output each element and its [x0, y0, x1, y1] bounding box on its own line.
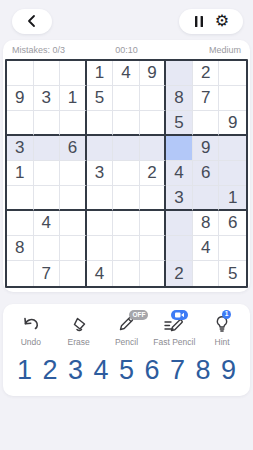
cell-r5c7[interactable]: 4 — [166, 161, 193, 186]
cell-r8c6[interactable] — [140, 236, 167, 261]
cell-r4c6[interactable] — [140, 136, 167, 161]
cell-r5c9[interactable] — [219, 161, 246, 186]
cell-r5c8[interactable]: 6 — [193, 161, 220, 186]
cell-r4c4[interactable] — [87, 136, 114, 161]
cell-r2c7[interactable]: 8 — [166, 86, 193, 111]
mistakes-counter: Mistakes: 0/3 — [12, 45, 65, 55]
cell-r2c5[interactable] — [113, 86, 140, 111]
hint-bulb-icon: 1 — [212, 314, 232, 334]
cell-r6c1[interactable] — [7, 186, 34, 211]
cell-r5c6[interactable]: 2 — [140, 161, 167, 186]
cell-r9c4[interactable]: 4 — [87, 261, 114, 286]
cell-r4c8[interactable]: 9 — [193, 136, 220, 161]
cell-r3c6[interactable] — [140, 111, 167, 136]
pencil-icon: OFF — [116, 314, 136, 334]
status-bar: Mistakes: 0/3 00:10 Medium — [5, 40, 248, 59]
cell-r8c1[interactable]: 8 — [7, 236, 34, 261]
cell-r3c9[interactable]: 9 — [219, 111, 246, 136]
cell-r9c8[interactable] — [193, 261, 220, 286]
cell-r1c8[interactable]: 2 — [193, 61, 220, 86]
cell-r6c3[interactable] — [60, 186, 87, 211]
numpad-4[interactable]: 4 — [93, 357, 108, 384]
undo-label: Undo — [21, 337, 41, 347]
cell-r2c6[interactable] — [140, 86, 167, 111]
cell-r7c4[interactable] — [87, 211, 114, 236]
sudoku-board: 1492931587593691324631486847425 — [5, 59, 248, 288]
cell-r7c6[interactable] — [140, 211, 167, 236]
cell-r5c2[interactable] — [34, 161, 61, 186]
cell-r1c2[interactable] — [34, 61, 61, 86]
cell-r7c5[interactable] — [113, 211, 140, 236]
cell-r9c1[interactable] — [7, 261, 34, 286]
cell-r2c2[interactable]: 3 — [34, 86, 61, 111]
cell-r3c8[interactable] — [193, 111, 220, 136]
hint-count-badge: 1 — [222, 310, 231, 319]
cell-r9c2[interactable]: 7 — [34, 261, 61, 286]
cell-r3c2[interactable] — [34, 111, 61, 136]
numpad-8[interactable]: 8 — [195, 357, 210, 384]
cell-r2c1[interactable]: 9 — [7, 86, 34, 111]
difficulty-label: Medium — [209, 45, 241, 55]
cell-r1c6[interactable]: 9 — [140, 61, 167, 86]
cell-r1c7[interactable] — [166, 61, 193, 86]
cell-r9c3[interactable] — [60, 261, 87, 286]
cell-r7c2[interactable]: 4 — [34, 211, 61, 236]
fast-pencil-icon — [163, 314, 185, 334]
cell-r4c1[interactable]: 3 — [7, 136, 34, 161]
cell-r4c3[interactable]: 6 — [60, 136, 87, 161]
numpad-5[interactable]: 5 — [119, 357, 134, 384]
header-actions: ⚙ — [179, 9, 243, 34]
cell-r6c6[interactable] — [140, 186, 167, 211]
cell-r3c5[interactable] — [113, 111, 140, 136]
cell-r6c5[interactable] — [113, 186, 140, 211]
cell-r2c4[interactable]: 5 — [87, 86, 114, 111]
cell-r3c4[interactable] — [87, 111, 114, 136]
gear-icon[interactable]: ⚙ — [215, 13, 229, 29]
cell-r6c8[interactable] — [193, 186, 220, 211]
back-button[interactable] — [12, 9, 52, 34]
eraser-icon — [69, 314, 89, 334]
numpad-9[interactable]: 9 — [221, 357, 236, 384]
pencil-label: Pencil — [115, 337, 138, 347]
timer: 00:10 — [115, 45, 138, 55]
cell-r8c8[interactable]: 4 — [193, 236, 220, 261]
cell-r7c8[interactable]: 8 — [193, 211, 220, 236]
numpad-7[interactable]: 7 — [170, 357, 185, 384]
cell-r9c7[interactable]: 2 — [166, 261, 193, 286]
fast-pencil-label: Fast Pencil — [153, 337, 195, 347]
hint-label: Hint — [215, 337, 230, 347]
cell-r8c5[interactable] — [113, 236, 140, 261]
cell-r1c5[interactable]: 4 — [113, 61, 140, 86]
cell-r7c9[interactable]: 6 — [219, 211, 246, 236]
cell-r8c2[interactable] — [34, 236, 61, 261]
cell-r4c2[interactable] — [34, 136, 61, 161]
cell-r3c1[interactable] — [7, 111, 34, 136]
cell-r1c3[interactable] — [60, 61, 87, 86]
number-pad: 1 2 3 4 5 6 7 8 9 — [7, 347, 246, 384]
cell-r8c9[interactable] — [219, 236, 246, 261]
cell-r7c3[interactable] — [60, 211, 87, 236]
numpad-6[interactable]: 6 — [144, 357, 159, 384]
cell-r7c1[interactable] — [7, 211, 34, 236]
undo-icon — [21, 314, 41, 334]
board-card: Mistakes: 0/3 00:10 Medium 1492931587593… — [3, 40, 250, 292]
cell-r8c4[interactable] — [87, 236, 114, 261]
cell-r5c4[interactable]: 3 — [87, 161, 114, 186]
top-bar: ⚙ — [0, 0, 253, 38]
cell-r4c7[interactable] — [166, 136, 193, 161]
cell-r1c1[interactable] — [7, 61, 34, 86]
cell-r5c1[interactable]: 1 — [7, 161, 34, 186]
cell-r2c3[interactable]: 1 — [60, 86, 87, 111]
cell-r6c9[interactable]: 1 — [219, 186, 246, 211]
cell-r5c5[interactable] — [113, 161, 140, 186]
hint-button[interactable]: 1 Hint — [199, 314, 245, 347]
cell-r1c9[interactable] — [219, 61, 246, 86]
cell-r9c6[interactable] — [140, 261, 167, 286]
ad-video-badge — [171, 310, 188, 320]
cell-r9c5[interactable] — [113, 261, 140, 286]
numpad-2[interactable]: 2 — [42, 357, 57, 384]
cell-r8c3[interactable] — [60, 236, 87, 261]
cell-r2c9[interactable] — [219, 86, 246, 111]
controls-card: Undo Erase OFF Pencil Fast Pencil — [3, 304, 250, 396]
pencil-button[interactable]: OFF Pencil — [103, 314, 149, 347]
cell-r3c7[interactable]: 5 — [166, 111, 193, 136]
cell-r6c7[interactable]: 3 — [166, 186, 193, 211]
pause-button[interactable] — [193, 15, 205, 28]
cell-r6c4[interactable] — [87, 186, 114, 211]
toolbar: Undo Erase OFF Pencil Fast Pencil — [7, 314, 246, 347]
pencil-off-badge: OFF — [129, 310, 148, 320]
cell-r2c8[interactable]: 7 — [193, 86, 220, 111]
cell-r4c9[interactable] — [219, 136, 246, 161]
numpad-3[interactable]: 3 — [68, 357, 83, 384]
cell-r1c4[interactable]: 1 — [87, 61, 114, 86]
erase-button[interactable]: Erase — [56, 314, 102, 347]
fast-pencil-button[interactable]: Fast Pencil — [151, 314, 197, 347]
cell-r6c2[interactable] — [34, 186, 61, 211]
undo-button[interactable]: Undo — [8, 314, 54, 347]
erase-label: Erase — [68, 337, 90, 347]
cell-r4c5[interactable] — [113, 136, 140, 161]
chevron-left-icon — [25, 14, 39, 28]
cell-r9c9[interactable]: 5 — [219, 261, 246, 286]
cell-r7c7[interactable] — [166, 211, 193, 236]
cell-r3c3[interactable] — [60, 111, 87, 136]
cell-r8c7[interactable] — [166, 236, 193, 261]
cell-r5c3[interactable] — [60, 161, 87, 186]
numpad-1[interactable]: 1 — [17, 357, 32, 384]
